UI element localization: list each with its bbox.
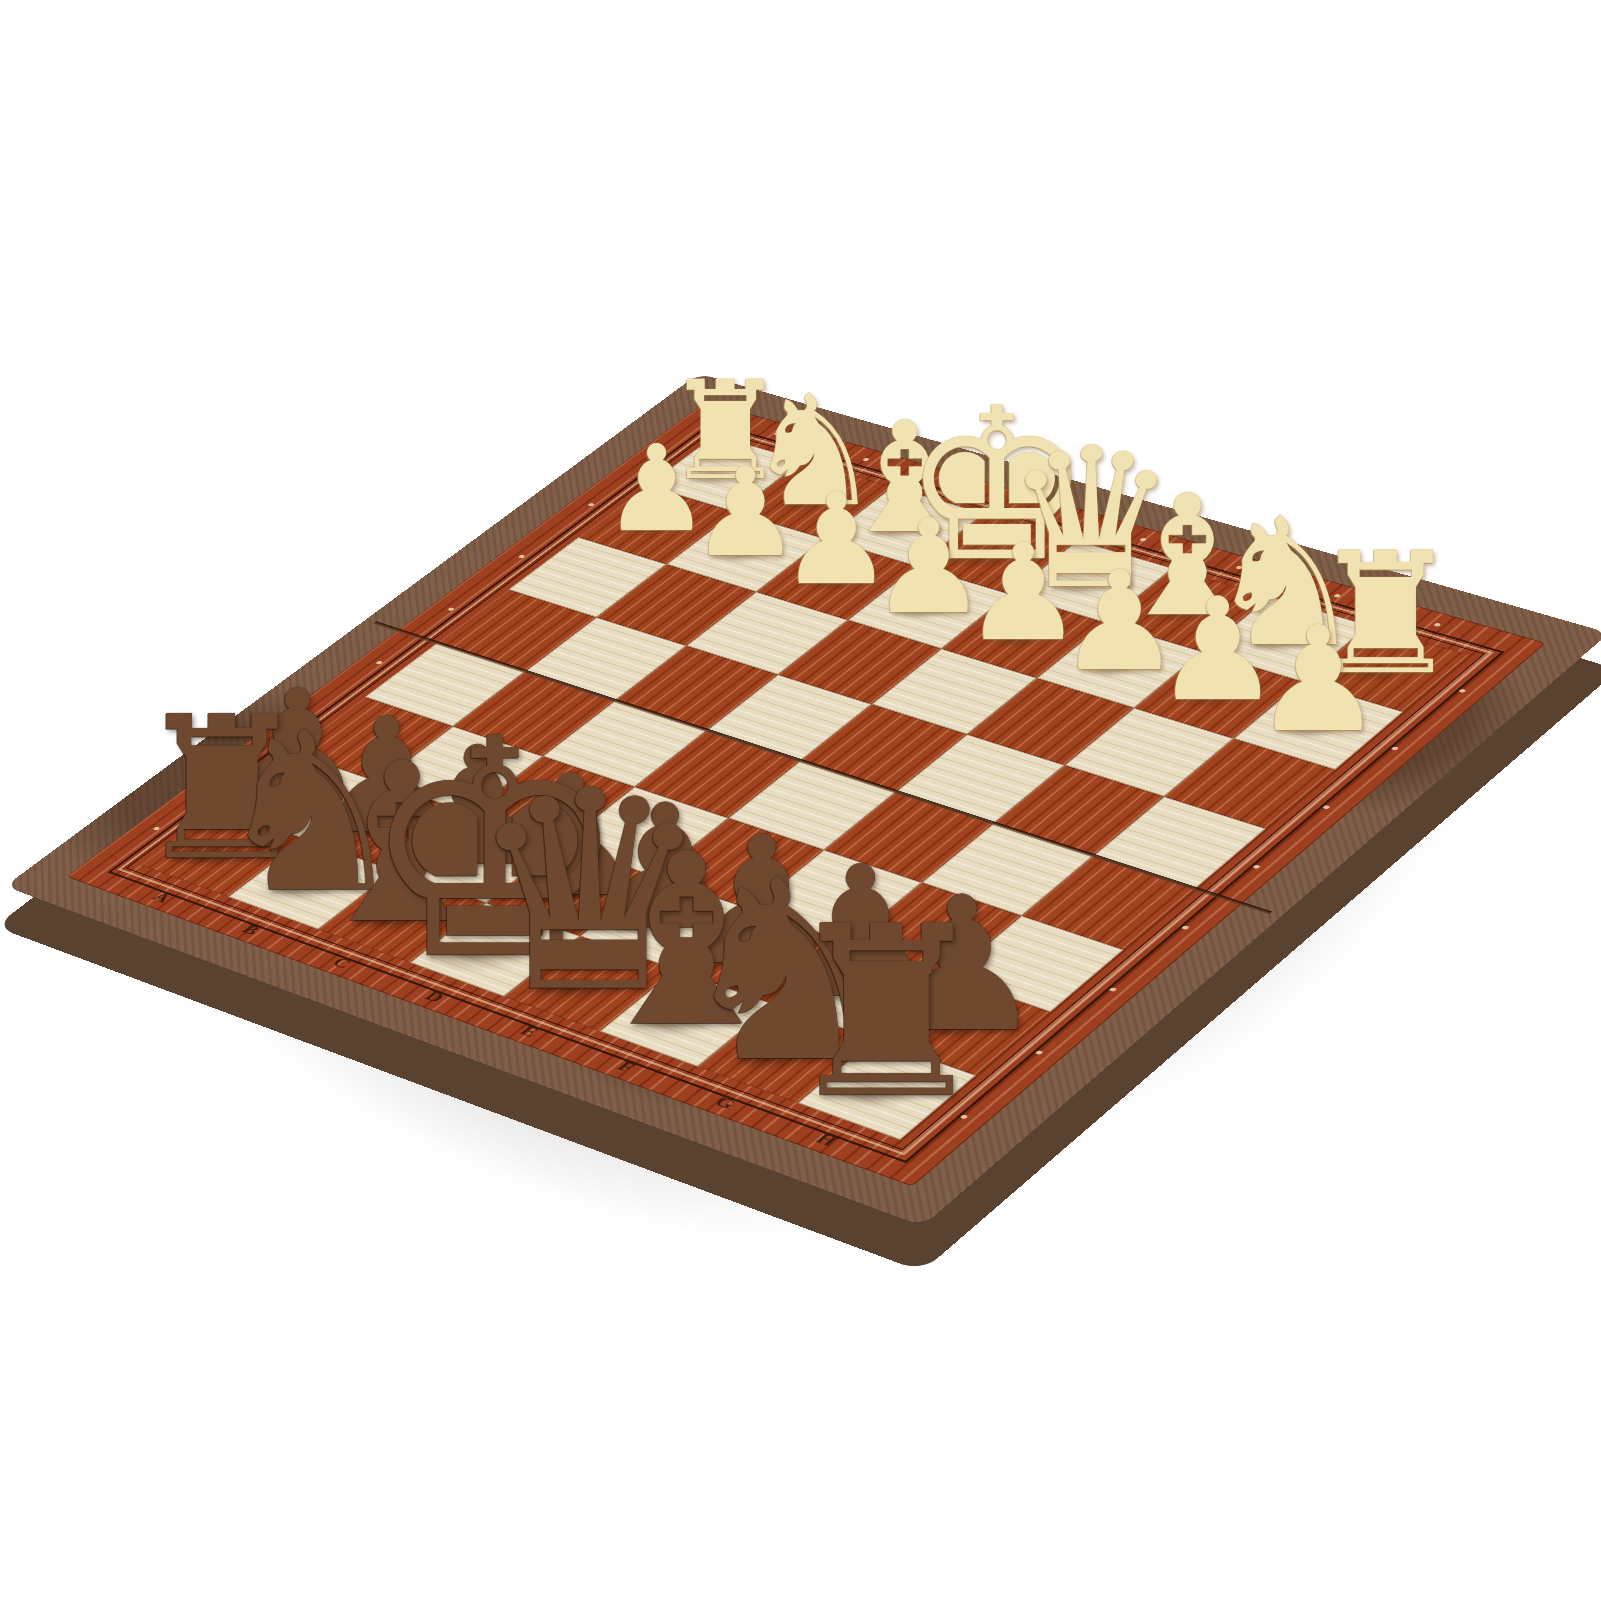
piece-dark-rook-h1[interactable]: ♜ [781, 895, 992, 1131]
piece-light-pawn-h7[interactable]: ♟ [1253, 607, 1384, 753]
product-photo-scene: ABCDEFGH ♜♞♝♚♛♝♞♜♟♟♟♟♟♟♟♟♟♟♟♟♟♟♟♟♜♞♝♚♛♝♞… [0, 0, 1601, 1601]
piece-layer: ♜♞♝♚♛♝♞♜♟♟♟♟♟♟♟♟♟♟♟♟♟♟♟♟♜♞♝♚♛♝♞♜ [0, 0, 1601, 1601]
